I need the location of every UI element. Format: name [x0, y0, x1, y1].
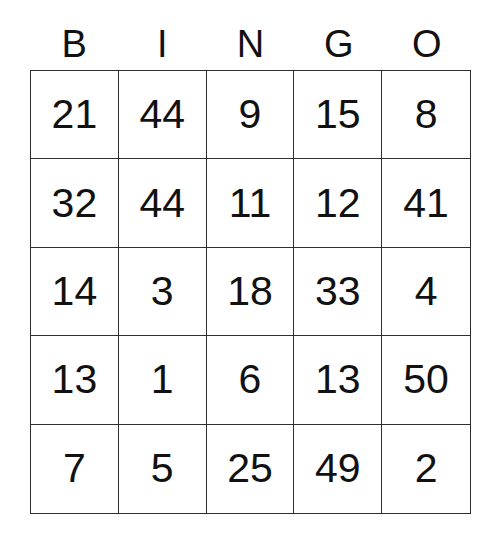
bingo-cell-r2c2[interactable]: 44 [119, 159, 207, 247]
bingo-cell-r2c3[interactable]: 11 [207, 159, 295, 247]
bingo-cell-r3c3[interactable]: 18 [207, 248, 295, 336]
bingo-cell-r4c4[interactable]: 13 [294, 336, 382, 424]
bingo-cell-r4c5[interactable]: 50 [382, 336, 470, 424]
bingo-card: BINGO 2144915832441112411431833413161350… [30, 0, 471, 514]
bingo-cell-r2c1[interactable]: 32 [31, 159, 119, 247]
column-letter-B: B [30, 0, 118, 70]
bingo-cell-r5c2[interactable]: 5 [119, 425, 207, 513]
bingo-cell-r4c2[interactable]: 1 [119, 336, 207, 424]
bingo-cell-r5c4[interactable]: 49 [294, 425, 382, 513]
bingo-cell-r3c4[interactable]: 33 [294, 248, 382, 336]
column-letter-O: O [383, 0, 471, 70]
bingo-cell-r1c1[interactable]: 21 [31, 71, 119, 159]
bingo-cell-r2c4[interactable]: 12 [294, 159, 382, 247]
bingo-cell-r3c2[interactable]: 3 [119, 248, 207, 336]
column-letter-G: G [295, 0, 383, 70]
bingo-cell-r5c1[interactable]: 7 [31, 425, 119, 513]
column-letter-I: I [118, 0, 206, 70]
bingo-cell-r1c4[interactable]: 15 [294, 71, 382, 159]
bingo-cell-r2c5[interactable]: 41 [382, 159, 470, 247]
bingo-cell-r1c2[interactable]: 44 [119, 71, 207, 159]
bingo-cell-r1c5[interactable]: 8 [382, 71, 470, 159]
bingo-cell-r4c1[interactable]: 13 [31, 336, 119, 424]
bingo-cell-r5c3[interactable]: 25 [207, 425, 295, 513]
bingo-cell-r4c3[interactable]: 6 [207, 336, 295, 424]
bingo-board: 2144915832441112411431833413161350752549… [30, 70, 471, 514]
bingo-cell-r3c1[interactable]: 14 [31, 248, 119, 336]
column-letter-N: N [206, 0, 294, 70]
bingo-cell-r5c5[interactable]: 2 [382, 425, 470, 513]
bingo-cell-r1c3[interactable]: 9 [207, 71, 295, 159]
bingo-header: BINGO [30, 0, 471, 70]
bingo-cell-r3c5[interactable]: 4 [382, 248, 470, 336]
